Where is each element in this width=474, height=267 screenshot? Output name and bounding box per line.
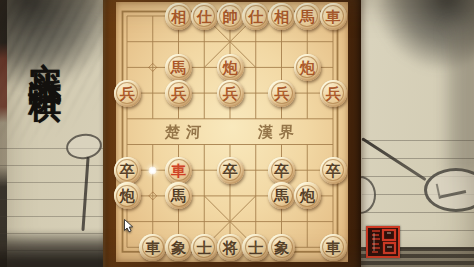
piece-black-elephant[interactable]: 象 bbox=[165, 234, 192, 261]
piece-character: 炮 bbox=[294, 54, 321, 81]
xiangqi-board-frame: 楚河 漢界 相仕帥仕相馬車馬炮炮兵兵兵兵兵車卒卒卒卒炮馬馬炮車象士将士象車 bbox=[103, 0, 361, 267]
piece-black-cannon[interactable]: 炮 bbox=[114, 182, 141, 209]
piece-character: 炮 bbox=[114, 182, 141, 209]
piece-character: 兵 bbox=[268, 80, 295, 107]
piece-character: 卒 bbox=[114, 157, 141, 184]
piece-character: 帥 bbox=[217, 3, 244, 30]
piece-character: 仕 bbox=[242, 3, 269, 30]
piece-character: 士 bbox=[242, 234, 269, 261]
piece-red-soldier[interactable]: 兵 bbox=[320, 80, 347, 107]
piece-black-soldier[interactable]: 卒 bbox=[268, 157, 295, 184]
piece-character: 兵 bbox=[217, 80, 244, 107]
piece-black-soldier[interactable]: 卒 bbox=[320, 157, 347, 184]
piece-character: 車 bbox=[165, 157, 192, 184]
piece-character: 車 bbox=[139, 234, 166, 261]
piece-black-chariot[interactable]: 車 bbox=[139, 234, 166, 261]
piece-red-elephant[interactable]: 相 bbox=[268, 3, 295, 30]
piece-character: 炮 bbox=[294, 182, 321, 209]
piece-red-cannon[interactable]: 炮 bbox=[217, 54, 244, 81]
piece-character: 車 bbox=[320, 3, 347, 30]
piece-red-cannon[interactable]: 炮 bbox=[294, 54, 321, 81]
piece-character: 卒 bbox=[320, 157, 347, 184]
piece-black-advisor[interactable]: 士 bbox=[191, 234, 218, 261]
piece-red-soldier[interactable]: 兵 bbox=[165, 80, 192, 107]
piece-black-soldier[interactable]: 卒 bbox=[114, 157, 141, 184]
piece-red-chariot[interactable]: 車 bbox=[320, 3, 347, 30]
piece-black-soldier[interactable]: 卒 bbox=[217, 157, 244, 184]
piece-red-chariot[interactable]: 車 bbox=[165, 157, 192, 184]
piece-character: 仕 bbox=[191, 3, 218, 30]
piece-character: 象 bbox=[165, 234, 192, 261]
piece-character: 炮 bbox=[217, 54, 244, 81]
piece-black-cannon[interactable]: 炮 bbox=[294, 182, 321, 209]
piece-red-soldier[interactable]: 兵 bbox=[268, 80, 295, 107]
piece-character: 相 bbox=[165, 3, 192, 30]
piece-red-horse[interactable]: 馬 bbox=[294, 3, 321, 30]
piece-character: 卒 bbox=[217, 157, 244, 184]
piece-character: 将 bbox=[217, 234, 244, 261]
piece-character: 馬 bbox=[294, 3, 321, 30]
piece-red-general[interactable]: 帥 bbox=[217, 3, 244, 30]
piece-black-general[interactable]: 将 bbox=[217, 234, 244, 261]
ink-shadow-decoration bbox=[0, 230, 107, 267]
piece-character: 兵 bbox=[320, 80, 347, 107]
piece-red-advisor[interactable]: 仕 bbox=[242, 3, 269, 30]
screenshot-root: 实战讲棋 楚河 漢界 相仕帥仕相馬車馬炮炮兵兵兵兵兵車卒卒卒卒炮馬馬炮車象士将士… bbox=[0, 0, 474, 267]
piece-character: 相 bbox=[268, 3, 295, 30]
piece-character: 兵 bbox=[165, 80, 192, 107]
piece-black-horse[interactable]: 馬 bbox=[268, 182, 295, 209]
red-seal-icon bbox=[366, 226, 400, 258]
piece-character: 兵 bbox=[114, 80, 141, 107]
piece-black-elephant[interactable]: 象 bbox=[268, 234, 295, 261]
piece-character: 卒 bbox=[268, 157, 295, 184]
piece-red-horse[interactable]: 馬 bbox=[165, 54, 192, 81]
piece-character: 馬 bbox=[165, 54, 192, 81]
piece-character: 士 bbox=[191, 234, 218, 261]
piece-character: 車 bbox=[320, 234, 347, 261]
piece-black-advisor[interactable]: 士 bbox=[242, 234, 269, 261]
page-title: 实战讲棋 bbox=[24, 36, 66, 212]
piece-character: 象 bbox=[268, 234, 295, 261]
piece-red-elephant[interactable]: 相 bbox=[165, 3, 192, 30]
piece-red-advisor[interactable]: 仕 bbox=[191, 3, 218, 30]
piece-black-chariot[interactable]: 車 bbox=[320, 234, 347, 261]
piece-red-soldier[interactable]: 兵 bbox=[217, 80, 244, 107]
piece-black-horse[interactable]: 馬 bbox=[165, 182, 192, 209]
mouse-cursor-icon bbox=[124, 219, 136, 234]
piece-character: 馬 bbox=[165, 182, 192, 209]
piece-character: 馬 bbox=[268, 182, 295, 209]
last-move-dot bbox=[148, 166, 157, 175]
piece-red-soldier[interactable]: 兵 bbox=[114, 80, 141, 107]
xiangqi-board[interactable]: 楚河 漢界 相仕帥仕相馬車馬炮炮兵兵兵兵兵車卒卒卒卒炮馬馬炮車象士将士象車 bbox=[116, 2, 348, 262]
pieces-layer: 相仕帥仕相馬車馬炮炮兵兵兵兵兵車卒卒卒卒炮馬馬炮車象士将士象車 bbox=[116, 2, 348, 262]
